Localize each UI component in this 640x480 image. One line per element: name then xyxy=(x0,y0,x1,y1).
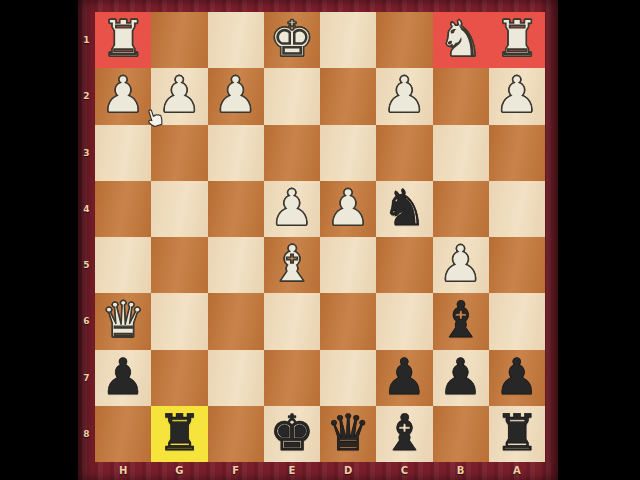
square-g4[interactable] xyxy=(151,181,207,237)
square-a2[interactable]: ♟ xyxy=(489,68,545,124)
square-h1[interactable]: ♜ xyxy=(95,12,151,68)
square-d7[interactable] xyxy=(320,350,376,406)
file-label-e: E xyxy=(264,462,320,480)
square-d1[interactable] xyxy=(320,12,376,68)
square-a7[interactable]: ♟ xyxy=(489,350,545,406)
square-e2[interactable] xyxy=(264,68,320,124)
square-b4[interactable] xyxy=(433,181,489,237)
square-a6[interactable] xyxy=(489,293,545,349)
file-label-b: B xyxy=(433,462,489,480)
piece-black-pawn[interactable]: ♟ xyxy=(382,352,427,402)
square-h3[interactable] xyxy=(95,125,151,181)
square-c4[interactable]: ♞ xyxy=(376,181,432,237)
piece-black-rook[interactable]: ♜ xyxy=(494,408,539,458)
rank-label-4: 4 xyxy=(78,181,95,237)
rank-label-5: 5 xyxy=(78,237,95,293)
square-g8[interactable]: ♜ xyxy=(151,406,207,462)
file-label-g: G xyxy=(151,462,207,480)
square-c8[interactable]: ♝ xyxy=(376,406,432,462)
piece-black-pawn[interactable]: ♟ xyxy=(438,352,483,402)
square-c3[interactable] xyxy=(376,125,432,181)
file-label-c: C xyxy=(376,462,432,480)
file-label-d: D xyxy=(320,462,376,480)
square-a8[interactable]: ♜ xyxy=(489,406,545,462)
rank-label-7: 7 xyxy=(78,350,95,406)
square-g3[interactable] xyxy=(151,125,207,181)
piece-white-pawn[interactable]: ♟ xyxy=(438,239,483,289)
square-d8[interactable]: ♛ xyxy=(320,406,376,462)
square-d3[interactable] xyxy=(320,125,376,181)
square-b6[interactable]: ♝ xyxy=(433,293,489,349)
square-f6[interactable] xyxy=(208,293,264,349)
square-g5[interactable] xyxy=(151,237,207,293)
file-label-a: A xyxy=(489,462,545,480)
square-e4[interactable]: ♟ xyxy=(264,181,320,237)
square-d6[interactable] xyxy=(320,293,376,349)
square-c7[interactable]: ♟ xyxy=(376,350,432,406)
piece-black-pawn[interactable]: ♟ xyxy=(494,352,539,402)
square-e6[interactable] xyxy=(264,293,320,349)
piece-white-pawn[interactable]: ♟ xyxy=(494,70,539,120)
rank-label-2: 2 xyxy=(78,68,95,124)
rank-label-3: 3 xyxy=(78,125,95,181)
piece-white-king[interactable]: ♚ xyxy=(269,14,314,64)
square-a3[interactable] xyxy=(489,125,545,181)
square-b8[interactable] xyxy=(433,406,489,462)
square-f1[interactable] xyxy=(208,12,264,68)
piece-black-bishop[interactable]: ♝ xyxy=(382,408,427,458)
square-h2[interactable]: ♟ xyxy=(95,68,151,124)
square-b1[interactable]: ♞ xyxy=(433,12,489,68)
square-b3[interactable] xyxy=(433,125,489,181)
rank-label-6: 6 xyxy=(78,293,95,349)
piece-white-rook[interactable]: ♜ xyxy=(101,14,146,64)
square-e8[interactable]: ♚ xyxy=(264,406,320,462)
piece-black-knight[interactable]: ♞ xyxy=(382,183,427,233)
piece-black-pawn[interactable]: ♟ xyxy=(101,352,146,402)
square-d2[interactable] xyxy=(320,68,376,124)
square-a1[interactable]: ♜ xyxy=(489,12,545,68)
square-b7[interactable]: ♟ xyxy=(433,350,489,406)
piece-white-rook[interactable]: ♜ xyxy=(494,14,539,64)
square-f8[interactable] xyxy=(208,406,264,462)
chessboard: ♜♚♞♜♟♟♟♟♟♟♟♞♝♟♛♝♟♟♟♟♜♚♛♝♜ xyxy=(95,12,545,462)
piece-white-pawn[interactable]: ♟ xyxy=(213,70,258,120)
piece-white-pawn[interactable]: ♟ xyxy=(382,70,427,120)
square-e5[interactable]: ♝ xyxy=(264,237,320,293)
square-h4[interactable] xyxy=(95,181,151,237)
piece-white-pawn[interactable]: ♟ xyxy=(326,183,371,233)
square-h8[interactable] xyxy=(95,406,151,462)
piece-white-bishop[interactable]: ♝ xyxy=(269,239,314,289)
square-c1[interactable] xyxy=(376,12,432,68)
square-e7[interactable] xyxy=(264,350,320,406)
piece-white-knight[interactable]: ♞ xyxy=(438,14,483,64)
rank-label-8: 8 xyxy=(78,406,95,462)
square-g7[interactable] xyxy=(151,350,207,406)
square-a4[interactable] xyxy=(489,181,545,237)
piece-white-queen[interactable]: ♛ xyxy=(101,295,146,345)
rank-label-1: 1 xyxy=(78,12,95,68)
square-b5[interactable]: ♟ xyxy=(433,237,489,293)
square-a5[interactable] xyxy=(489,237,545,293)
square-f3[interactable] xyxy=(208,125,264,181)
piece-black-king[interactable]: ♚ xyxy=(269,408,314,458)
piece-white-pawn[interactable]: ♟ xyxy=(269,183,314,233)
square-d5[interactable] xyxy=(320,237,376,293)
square-d4[interactable]: ♟ xyxy=(320,181,376,237)
piece-black-bishop[interactable]: ♝ xyxy=(438,295,483,345)
square-e3[interactable] xyxy=(264,125,320,181)
square-e1[interactable]: ♚ xyxy=(264,12,320,68)
square-g6[interactable] xyxy=(151,293,207,349)
piece-black-queen[interactable]: ♛ xyxy=(326,408,371,458)
square-h6[interactable]: ♛ xyxy=(95,293,151,349)
square-g2[interactable]: ♟ xyxy=(151,68,207,124)
square-h7[interactable]: ♟ xyxy=(95,350,151,406)
square-f7[interactable] xyxy=(208,350,264,406)
square-f5[interactable] xyxy=(208,237,264,293)
piece-white-pawn[interactable]: ♟ xyxy=(157,70,202,120)
file-label-f: F xyxy=(208,462,264,480)
square-c2[interactable]: ♟ xyxy=(376,68,432,124)
square-c6[interactable] xyxy=(376,293,432,349)
square-b2[interactable] xyxy=(433,68,489,124)
piece-black-rook[interactable]: ♜ xyxy=(157,408,202,458)
square-h5[interactable] xyxy=(95,237,151,293)
square-g1[interactable] xyxy=(151,12,207,68)
square-f4[interactable] xyxy=(208,181,264,237)
square-c5[interactable] xyxy=(376,237,432,293)
piece-white-pawn[interactable]: ♟ xyxy=(101,70,146,120)
file-label-h: H xyxy=(95,462,151,480)
square-f2[interactable]: ♟ xyxy=(208,68,264,124)
chess-video-frame: ♜♚♞♜♟♟♟♟♟♟♟♞♝♟♛♝♟♟♟♟♜♚♛♝♜ 12345678HGFEDC… xyxy=(0,0,640,480)
